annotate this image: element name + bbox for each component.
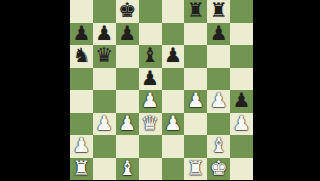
- square-g7[interactable]: ♟: [207, 23, 230, 46]
- square-e6[interactable]: ♟: [162, 45, 185, 68]
- square-a4[interactable]: [70, 90, 93, 113]
- black-pawn[interactable]: ♟: [72, 23, 90, 43]
- square-f4[interactable]: ♟: [184, 90, 207, 113]
- square-h8[interactable]: [230, 0, 253, 23]
- black-pawn[interactable]: ♟: [164, 45, 182, 65]
- white-pawn[interactable]: ♟: [95, 113, 113, 133]
- square-c4[interactable]: [116, 90, 139, 113]
- white-king[interactable]: ♚: [210, 158, 228, 178]
- white-pawn[interactable]: ♟: [233, 113, 251, 133]
- square-h2[interactable]: [230, 135, 253, 158]
- letterbox-left: [0, 0, 70, 180]
- square-f1[interactable]: ♜: [184, 158, 207, 181]
- square-f8[interactable]: ♜: [184, 0, 207, 23]
- square-e8[interactable]: [162, 0, 185, 23]
- square-e1[interactable]: [162, 158, 185, 181]
- square-b6[interactable]: ♛: [93, 45, 116, 68]
- square-a7[interactable]: ♟: [70, 23, 93, 46]
- square-a3[interactable]: [70, 113, 93, 136]
- square-h3[interactable]: ♟: [230, 113, 253, 136]
- square-e7[interactable]: [162, 23, 185, 46]
- square-c7[interactable]: ♟: [116, 23, 139, 46]
- square-h5[interactable]: [230, 68, 253, 91]
- square-a6[interactable]: ♞: [70, 45, 93, 68]
- square-d7[interactable]: [139, 23, 162, 46]
- square-d8[interactable]: [139, 0, 162, 23]
- square-f2[interactable]: [184, 135, 207, 158]
- black-pawn[interactable]: ♟: [141, 68, 159, 88]
- square-d2[interactable]: [139, 135, 162, 158]
- square-g3[interactable]: [207, 113, 230, 136]
- square-e3[interactable]: ♟: [162, 113, 185, 136]
- square-h4[interactable]: ♟: [230, 90, 253, 113]
- square-c8[interactable]: ♚: [116, 0, 139, 23]
- square-f6[interactable]: [184, 45, 207, 68]
- square-c2[interactable]: [116, 135, 139, 158]
- white-pawn[interactable]: ♟: [72, 135, 90, 155]
- square-e5[interactable]: [162, 68, 185, 91]
- white-pawn[interactable]: ♟: [210, 90, 228, 110]
- black-king[interactable]: ♚: [118, 0, 136, 20]
- black-pawn[interactable]: ♟: [210, 23, 228, 43]
- square-b5[interactable]: [93, 68, 116, 91]
- square-d6[interactable]: ♝: [139, 45, 162, 68]
- white-bishop[interactable]: ♝: [118, 158, 136, 178]
- square-a2[interactable]: ♟: [70, 135, 93, 158]
- square-f5[interactable]: [184, 68, 207, 91]
- square-g2[interactable]: ♝: [207, 135, 230, 158]
- white-pawn[interactable]: ♟: [141, 90, 159, 110]
- square-a5[interactable]: [70, 68, 93, 91]
- square-g4[interactable]: ♟: [207, 90, 230, 113]
- black-pawn[interactable]: ♟: [233, 90, 251, 110]
- black-knight[interactable]: ♞: [72, 45, 90, 65]
- square-d5[interactable]: ♟: [139, 68, 162, 91]
- square-a8[interactable]: [70, 0, 93, 23]
- square-g1[interactable]: ♚: [207, 158, 230, 181]
- square-h6[interactable]: [230, 45, 253, 68]
- white-rook[interactable]: ♜: [187, 158, 205, 178]
- square-b4[interactable]: [93, 90, 116, 113]
- square-f7[interactable]: [184, 23, 207, 46]
- square-b7[interactable]: ♟: [93, 23, 116, 46]
- square-c1[interactable]: ♝: [116, 158, 139, 181]
- black-pawn[interactable]: ♟: [118, 23, 136, 43]
- letterbox-right: [253, 0, 320, 180]
- square-g6[interactable]: [207, 45, 230, 68]
- square-h1[interactable]: [230, 158, 253, 181]
- black-rook[interactable]: ♜: [210, 0, 228, 20]
- square-d4[interactable]: ♟: [139, 90, 162, 113]
- white-bishop[interactable]: ♝: [210, 135, 228, 155]
- black-pawn[interactable]: ♟: [95, 23, 113, 43]
- square-b3[interactable]: ♟: [93, 113, 116, 136]
- square-a1[interactable]: ♜: [70, 158, 93, 181]
- black-bishop[interactable]: ♝: [141, 45, 159, 65]
- black-queen[interactable]: ♛: [95, 45, 113, 65]
- square-e2[interactable]: [162, 135, 185, 158]
- chess-board[interactable]: ♚♜♜♟♟♟♟♞♛♝♟♟♟♟♟♟♟♟♛♟♟♟♝♜♝♜♚: [70, 0, 253, 180]
- square-h7[interactable]: [230, 23, 253, 46]
- white-pawn[interactable]: ♟: [164, 113, 182, 133]
- square-c6[interactable]: [116, 45, 139, 68]
- square-c3[interactable]: ♟: [116, 113, 139, 136]
- square-b8[interactable]: [93, 0, 116, 23]
- square-b1[interactable]: [93, 158, 116, 181]
- square-b2[interactable]: [93, 135, 116, 158]
- square-g5[interactable]: [207, 68, 230, 91]
- square-c5[interactable]: [116, 68, 139, 91]
- white-pawn[interactable]: ♟: [118, 113, 136, 133]
- square-f3[interactable]: [184, 113, 207, 136]
- white-queen[interactable]: ♛: [141, 113, 159, 133]
- square-d3[interactable]: ♛: [139, 113, 162, 136]
- square-d1[interactable]: [139, 158, 162, 181]
- square-e4[interactable]: [162, 90, 185, 113]
- white-rook[interactable]: ♜: [72, 158, 90, 178]
- white-pawn[interactable]: ♟: [187, 90, 205, 110]
- black-rook[interactable]: ♜: [187, 0, 205, 20]
- square-g8[interactable]: ♜: [207, 0, 230, 23]
